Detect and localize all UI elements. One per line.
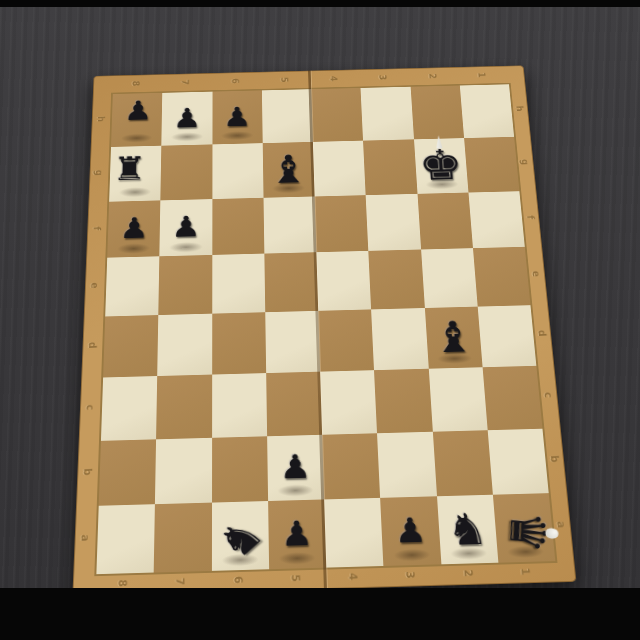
pawn-glyph: ♟ xyxy=(119,214,149,243)
pawn-glyph: ♟ xyxy=(171,213,201,242)
square-h8: ♟ xyxy=(111,93,162,147)
piece-black-pawn-b5: ♟ xyxy=(267,434,324,501)
king-glyph: ♚ xyxy=(417,144,464,187)
pawn-glyph: ♟ xyxy=(223,104,251,131)
pawn-glyph: ♟ xyxy=(124,97,153,124)
piece-black-king-g2: ♚ xyxy=(414,138,469,194)
square-b2 xyxy=(432,430,492,497)
pawn-glyph: ♟ xyxy=(280,517,313,552)
piece-black-pawn-h8: ♟ xyxy=(111,93,162,147)
square-g5: ♝ xyxy=(262,142,314,198)
piece-black-pawn-a5: ♟ xyxy=(268,500,326,570)
pawn-glyph: ♟ xyxy=(279,451,311,485)
bishop-glyph: ♝ xyxy=(268,150,309,189)
square-f8: ♟ xyxy=(107,200,160,258)
square-g8: ♜ xyxy=(109,145,161,201)
chess-board: 87654321 87654321 hgfedcba hgfedcba ♟♟♟♜… xyxy=(72,65,576,596)
piece-black-rook-g8: ♜ xyxy=(109,145,161,201)
square-g7 xyxy=(161,144,212,200)
square-b3 xyxy=(377,431,436,498)
square-a2: ♞ xyxy=(437,495,499,564)
square-h6: ♟ xyxy=(212,90,262,144)
square-g3 xyxy=(363,139,417,195)
square-h7: ♟ xyxy=(162,92,213,146)
square-a3: ♟ xyxy=(380,497,441,566)
pawn-glyph: ♟ xyxy=(173,105,201,132)
square-g1 xyxy=(464,137,520,193)
board-grid: ♟♟♟♜♝♚♟♟♝♟♞♟♟♞♛ xyxy=(94,83,557,576)
square-b7 xyxy=(155,437,211,504)
square-a1: ♛ xyxy=(493,493,556,562)
square-h1 xyxy=(460,84,514,138)
square-e5 xyxy=(264,252,318,312)
square-f3 xyxy=(366,193,421,251)
knight-glyph: ♞ xyxy=(445,507,489,552)
square-c1 xyxy=(482,366,542,430)
square-d7 xyxy=(157,314,211,376)
piece-black-knight-a2: ♞ xyxy=(437,495,499,564)
square-e3 xyxy=(369,250,425,310)
square-d3 xyxy=(371,308,428,370)
square-a4 xyxy=(324,498,383,568)
square-b8 xyxy=(99,439,157,506)
square-a7 xyxy=(154,503,212,573)
square-d6 xyxy=(212,312,266,374)
square-c4 xyxy=(320,370,377,434)
square-b4 xyxy=(322,433,380,500)
square-c2 xyxy=(428,367,487,431)
photo-scene: 87654321 87654321 hgfedcba hgfedcba ♟♟♟♜… xyxy=(0,0,640,640)
square-c3 xyxy=(374,368,432,432)
square-d2: ♝ xyxy=(424,307,482,369)
pawn-glyph: ♟ xyxy=(393,514,427,549)
square-d4 xyxy=(318,309,374,371)
queen-glyph: ♛ xyxy=(502,509,553,556)
square-c8 xyxy=(101,376,157,441)
square-d1 xyxy=(477,305,536,367)
square-e8 xyxy=(105,256,159,316)
square-f2 xyxy=(417,192,473,250)
square-h3 xyxy=(361,87,414,141)
square-g4 xyxy=(313,140,366,196)
square-d5 xyxy=(265,311,320,373)
piece-black-bishop-g5: ♝ xyxy=(262,142,314,198)
square-e7 xyxy=(159,255,212,315)
board-perspective-wrap: 87654321 87654321 hgfedcba hgfedcba ♟♟♟♜… xyxy=(72,65,576,596)
square-f5 xyxy=(263,196,316,254)
square-g2: ♚ xyxy=(414,138,469,194)
square-e6 xyxy=(212,254,265,314)
bishop-glyph: ♝ xyxy=(431,316,476,359)
square-d8 xyxy=(103,315,158,377)
square-b6 xyxy=(212,436,268,503)
piece-black-pawn-h7: ♟ xyxy=(162,92,213,146)
letterbox-bottom xyxy=(0,588,640,640)
square-f1 xyxy=(468,191,525,249)
piece-black-queen-a1: ♛ xyxy=(493,493,556,562)
square-h4 xyxy=(311,88,363,142)
piece-black-pawn-f8: ♟ xyxy=(107,200,160,258)
square-e1 xyxy=(473,247,531,307)
rook-glyph: ♜ xyxy=(112,153,146,186)
square-c5 xyxy=(266,371,322,435)
square-e4 xyxy=(316,251,371,311)
square-b5: ♟ xyxy=(267,434,324,501)
piece-black-pawn-f7: ♟ xyxy=(160,199,212,257)
knight-glyph: ♞ xyxy=(209,509,270,568)
square-c7 xyxy=(156,374,211,439)
square-h5 xyxy=(262,89,313,143)
square-h2 xyxy=(410,86,464,140)
piece-black-knight-a6: ♞ xyxy=(211,501,268,571)
square-f4 xyxy=(315,195,369,253)
square-e2 xyxy=(421,248,478,308)
square-a8 xyxy=(96,504,155,574)
square-a5: ♟ xyxy=(268,500,326,570)
square-c6 xyxy=(212,373,267,437)
square-a6: ♞ xyxy=(211,501,268,571)
piece-black-bishop-d2: ♝ xyxy=(424,307,482,369)
square-f6 xyxy=(212,197,264,255)
square-f7: ♟ xyxy=(160,199,212,257)
letterbox-top xyxy=(0,0,640,7)
square-g6 xyxy=(212,143,263,199)
piece-black-pawn-a3: ♟ xyxy=(380,497,441,566)
piece-black-pawn-h6: ♟ xyxy=(212,90,262,144)
square-b1 xyxy=(487,428,548,495)
